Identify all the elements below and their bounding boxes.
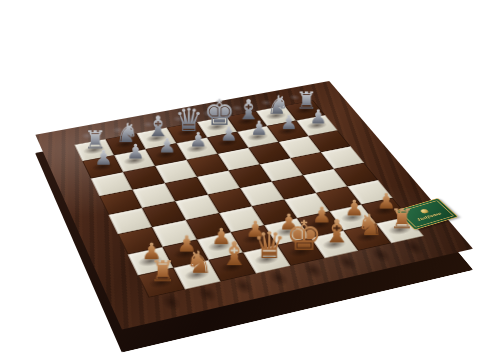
copper-rook-h1: ♜: [390, 205, 414, 232]
silver-pawn-c7: ♟: [158, 136, 176, 156]
square-a5: [99, 190, 142, 215]
copper-bishop-c1: ♝: [220, 238, 249, 271]
product-photo-scene: ♜♞♝♛♚♝♞♜♟♟♟♟♟♟♟♟♟♟♟♟♟♟♟♟♜♞♝♛♚♝♞♜ Italfam…: [0, 0, 480, 360]
piece-reflection: [265, 268, 292, 288]
square-d5: [197, 170, 240, 194]
silver-pawn-d7: ♟: [189, 130, 207, 150]
piece-reflection: [300, 260, 327, 280]
copper-bishop-f1: ♝: [322, 216, 351, 248]
piece-reflection: [334, 253, 361, 273]
square-a6: [91, 172, 133, 196]
piece-reflection: [230, 276, 257, 297]
brand-crest-icon: [419, 208, 429, 214]
copper-knight-g1: ♞: [357, 211, 384, 241]
piece-reflection: [158, 292, 184, 313]
piece-reflection: [194, 284, 220, 305]
piece-reflection: [400, 238, 428, 257]
copper-queen-d1: ♛: [253, 227, 286, 264]
silver-pawn-g7: ♟: [280, 113, 298, 133]
chess-board: ♜♞♝♛♚♝♞♜♟♟♟♟♟♟♟♟♟♟♟♟♟♟♟♟♜♞♝♛♚♝♞♜ Italfam…: [35, 81, 473, 329]
silver-pawn-b7: ♟: [126, 142, 144, 162]
silver-pawn-a7: ♟: [94, 148, 112, 169]
copper-king-e1: ♚: [286, 215, 323, 256]
checkerboard: ♜♞♝♛♚♝♞♜♟♟♟♟♟♟♟♟♟♟♟♟♟♟♟♟♜♞♝♛♚♝♞♜: [74, 100, 424, 297]
copper-rook-a1: ♜: [150, 257, 176, 286]
silver-pawn-f7: ♟: [250, 119, 268, 139]
silver-pawn-e7: ♟: [220, 125, 238, 145]
brand-plaque-text: Italfama: [415, 211, 443, 222]
square-a4: [108, 208, 152, 234]
copper-knight-b1: ♞: [185, 248, 213, 279]
silver-pawn-h7: ♟: [310, 108, 328, 128]
square-c1: ♝: [209, 253, 256, 282]
piece-reflection: [367, 245, 395, 264]
